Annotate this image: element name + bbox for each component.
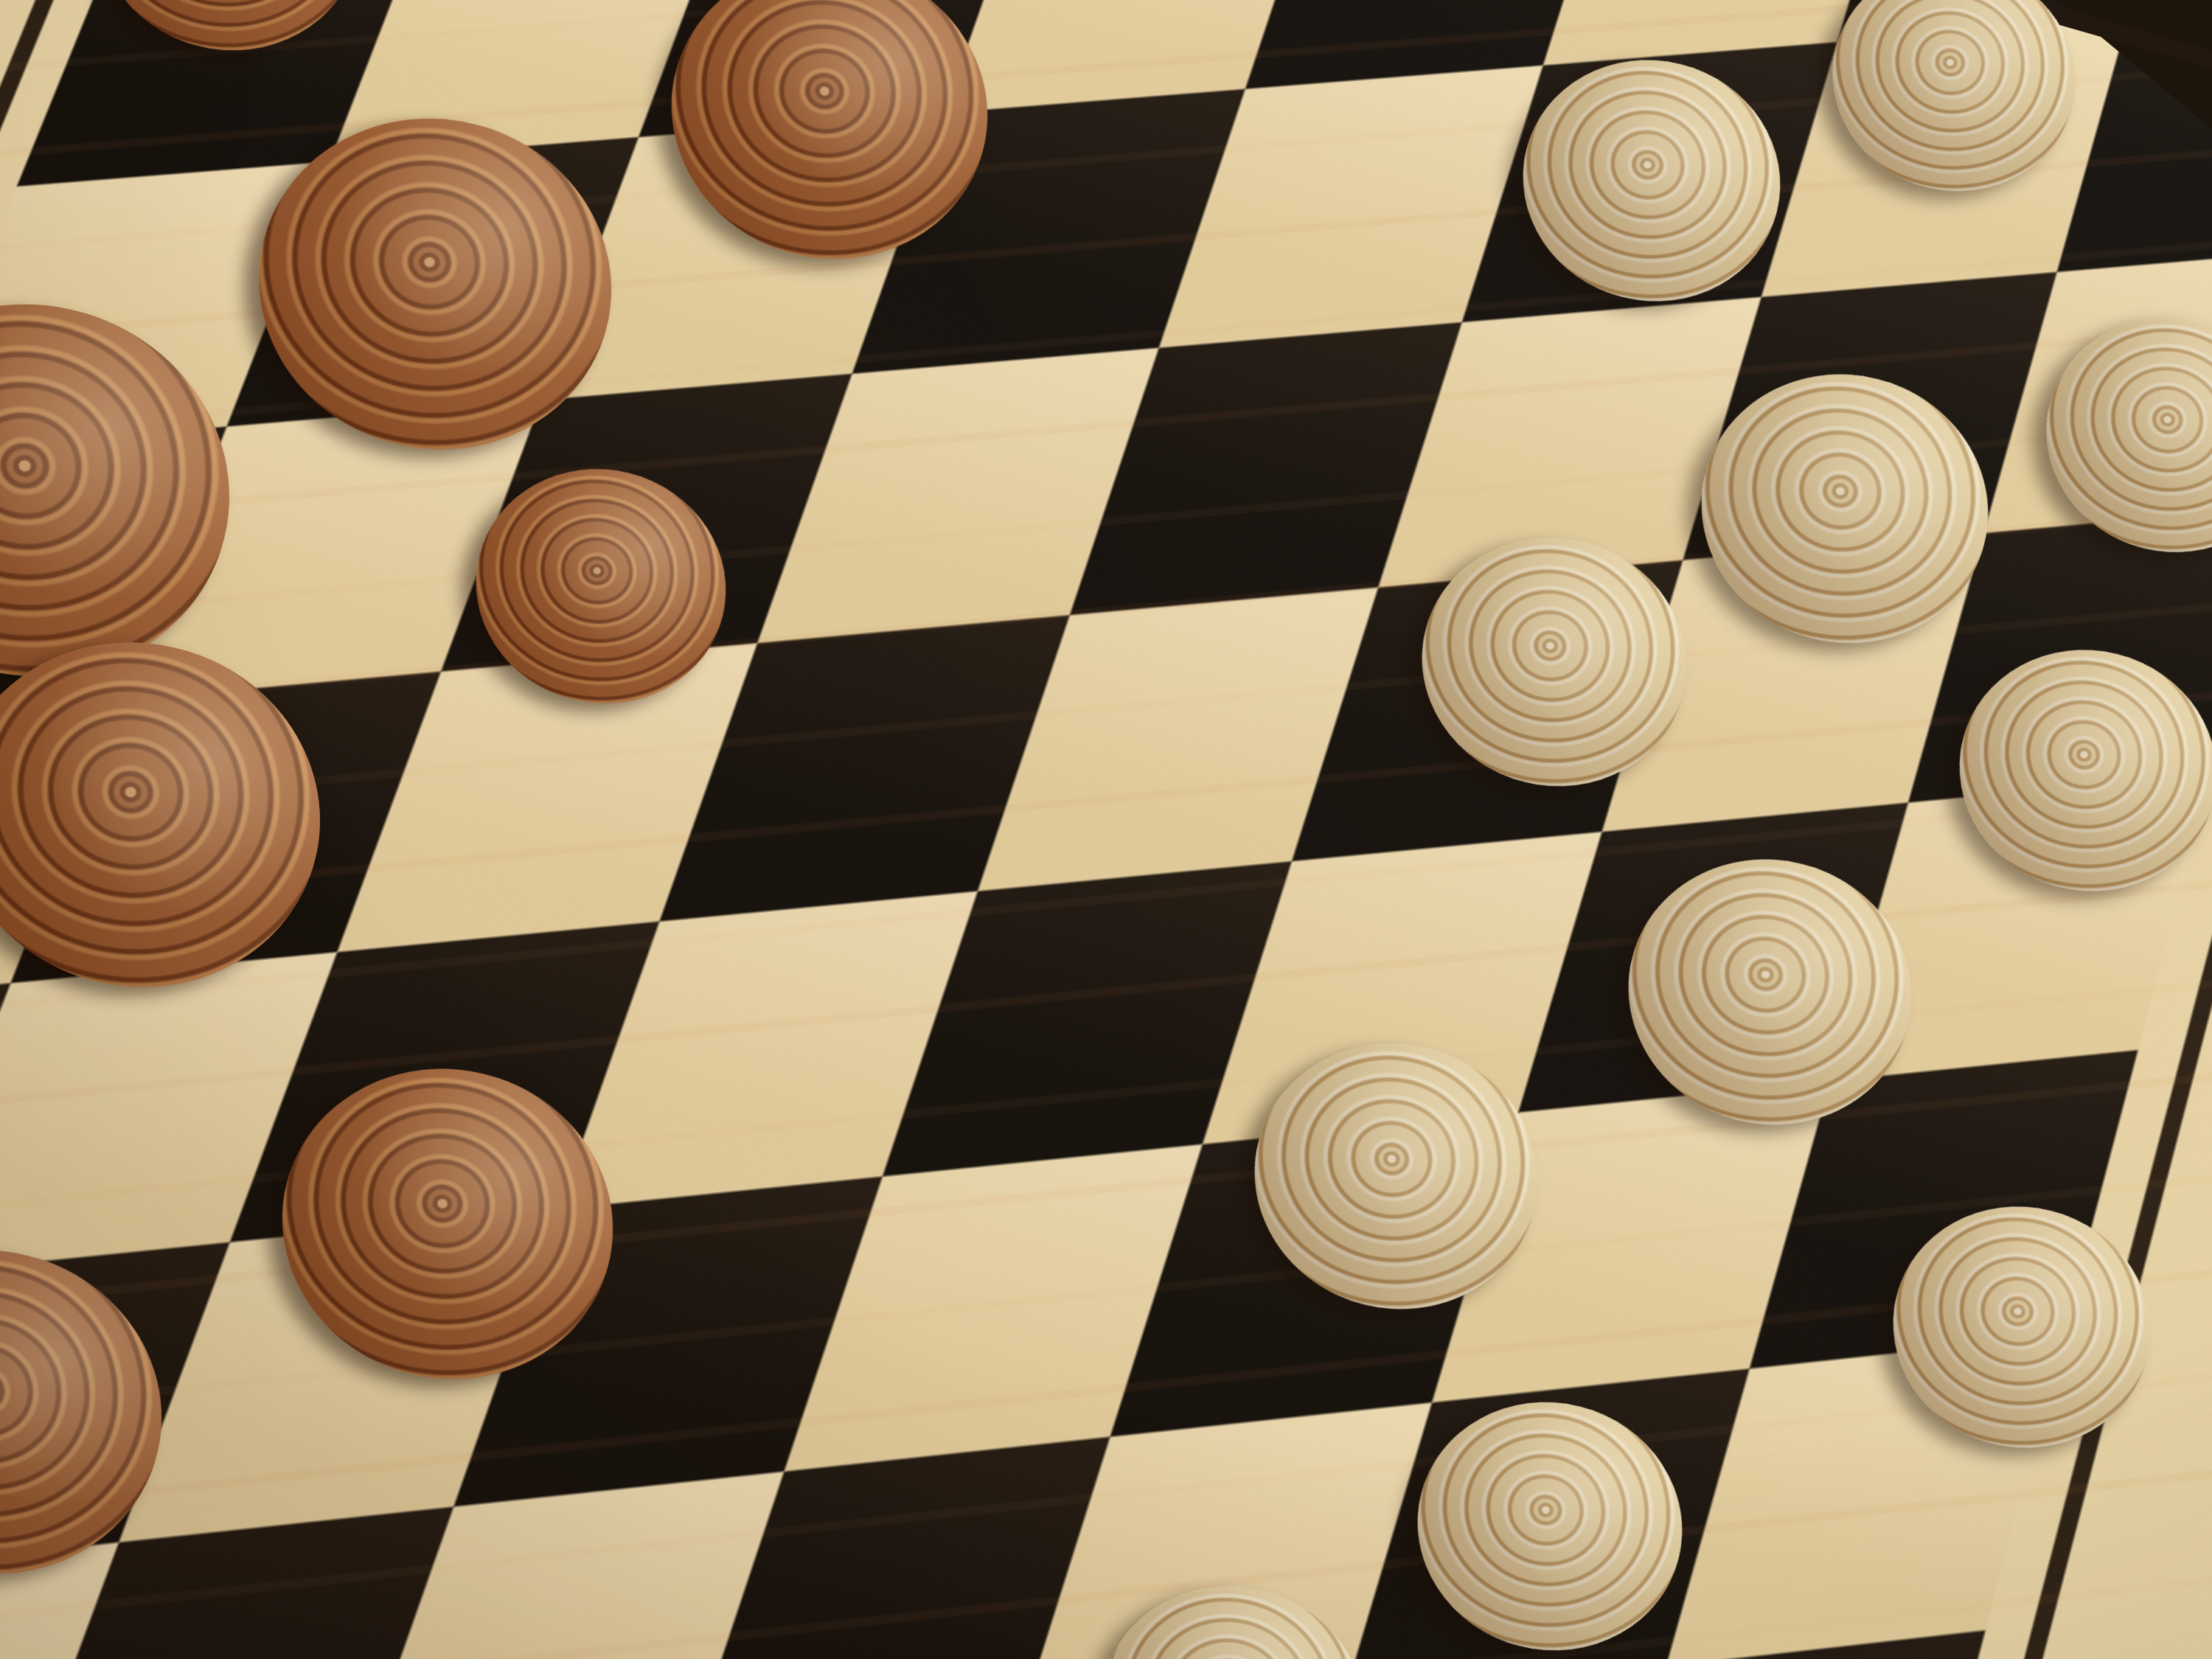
- checkers-photo-scene: [0, 0, 2212, 1659]
